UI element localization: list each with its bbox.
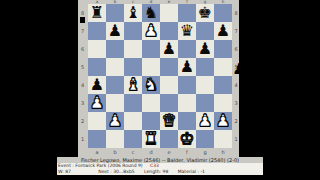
square-c2[interactable] bbox=[124, 112, 142, 130]
rank-labels-left: 87654321 bbox=[78, 4, 87, 148]
coord-label-1: 1 bbox=[78, 130, 87, 148]
stats-line: W: 87 Next : 30...Bxb5 Length: 98 Materi… bbox=[57, 169, 263, 175]
coord-label-b: b bbox=[106, 149, 124, 156]
square-b6[interactable] bbox=[106, 40, 124, 58]
square-b8[interactable] bbox=[106, 4, 124, 22]
square-d5[interactable] bbox=[142, 58, 160, 76]
square-a3[interactable]: ♟ bbox=[88, 94, 106, 112]
piece-white-knight: ♞ bbox=[144, 76, 158, 94]
square-h8[interactable] bbox=[214, 4, 232, 22]
square-c5[interactable] bbox=[124, 58, 142, 76]
stat-length: Length: 98 bbox=[144, 169, 168, 175]
square-g5[interactable] bbox=[196, 58, 214, 76]
square-e7[interactable] bbox=[160, 22, 178, 40]
piece-white-pawn: ♟ bbox=[216, 112, 230, 130]
square-g4[interactable] bbox=[196, 76, 214, 94]
piece-white-bishop: ♝ bbox=[126, 76, 140, 94]
square-e2[interactable]: ♛ bbox=[160, 112, 178, 130]
coord-label-c: c bbox=[124, 149, 142, 156]
square-d1[interactable]: ♜ bbox=[142, 130, 160, 148]
eco-code: C33 bbox=[150, 163, 159, 168]
coord-label-4: 4 bbox=[233, 76, 239, 94]
square-a5[interactable] bbox=[88, 58, 106, 76]
square-g8[interactable]: ♚ bbox=[196, 4, 214, 22]
square-e6[interactable]: ♟ bbox=[160, 40, 178, 58]
coord-label-1: 1 bbox=[233, 130, 239, 148]
piece-white-rook: ♜ bbox=[144, 130, 158, 148]
square-c3[interactable] bbox=[124, 94, 142, 112]
square-g3[interactable] bbox=[196, 94, 214, 112]
coord-label-3: 3 bbox=[78, 94, 87, 112]
square-g7[interactable] bbox=[196, 22, 214, 40]
square-d8[interactable]: ♞ bbox=[142, 4, 160, 22]
piece-black-pawn: ♟ bbox=[180, 58, 194, 76]
square-f1[interactable]: ♚ bbox=[178, 130, 196, 148]
coord-label-a: a bbox=[88, 149, 106, 156]
piece-black-pawn: ♟ bbox=[162, 40, 176, 58]
piece-white-pawn: ♟ bbox=[198, 112, 212, 130]
square-e5[interactable] bbox=[160, 58, 178, 76]
piece-white-king: ♚ bbox=[180, 130, 194, 148]
square-e4[interactable] bbox=[160, 76, 178, 94]
square-h7[interactable]: ♟ bbox=[214, 22, 232, 40]
coord-label-7: 7 bbox=[78, 22, 87, 40]
square-c6[interactable] bbox=[124, 40, 142, 58]
square-h6[interactable] bbox=[214, 40, 232, 58]
square-e8[interactable] bbox=[160, 4, 178, 22]
file-labels-bottom: abcdefgh bbox=[88, 149, 232, 156]
piece-white-pawn: ♟ bbox=[90, 94, 104, 112]
piece-black-queen: ♛ bbox=[180, 22, 194, 40]
square-d3[interactable] bbox=[142, 94, 160, 112]
square-b2[interactable]: ♟ bbox=[106, 112, 124, 130]
black-to-move-indicator bbox=[80, 17, 85, 23]
square-d7[interactable]: ♟ bbox=[142, 22, 160, 40]
coord-label-6: 6 bbox=[78, 40, 87, 58]
coord-label-h: h bbox=[214, 149, 232, 156]
square-e1[interactable] bbox=[160, 130, 178, 148]
square-c8[interactable]: ♝ bbox=[124, 4, 142, 22]
stat-white-time: W: 87 bbox=[58, 169, 71, 175]
coord-label-f: f bbox=[178, 149, 196, 156]
square-b5[interactable] bbox=[106, 58, 124, 76]
coord-label-d: d bbox=[142, 149, 160, 156]
square-a4[interactable]: ♟ bbox=[88, 76, 106, 94]
square-h4[interactable] bbox=[214, 76, 232, 94]
piece-black-rook: ♜ bbox=[90, 4, 104, 22]
square-e3[interactable] bbox=[160, 94, 178, 112]
square-f5[interactable]: ♟ bbox=[178, 58, 196, 76]
coord-label-3: 3 bbox=[233, 94, 239, 112]
coord-label-e: e bbox=[160, 149, 178, 156]
square-c4[interactable]: ♝ bbox=[124, 76, 142, 94]
coord-label-g: g bbox=[196, 149, 214, 156]
event-text: Event : Fontwick Park (2006 Round 9) bbox=[58, 163, 143, 168]
square-c1[interactable] bbox=[124, 130, 142, 148]
square-d6[interactable] bbox=[142, 40, 160, 58]
material-indicator-pawn-icon: ♟ bbox=[232, 60, 246, 78]
square-f2[interactable] bbox=[178, 112, 196, 130]
square-f6[interactable] bbox=[178, 40, 196, 58]
square-a6[interactable] bbox=[88, 40, 106, 58]
square-b7[interactable]: ♟ bbox=[106, 22, 124, 40]
square-d2[interactable] bbox=[142, 112, 160, 130]
square-a1[interactable] bbox=[88, 130, 106, 148]
piece-black-pawn: ♟ bbox=[198, 40, 212, 58]
piece-black-bishop: ♝ bbox=[126, 4, 140, 22]
piece-black-king: ♚ bbox=[198, 4, 212, 22]
piece-black-pawn: ♟ bbox=[216, 22, 230, 40]
chess-board-frame: abcdefgh abcdefgh 87654321 87654321 ♜♝♞♚… bbox=[78, 0, 239, 157]
square-a7[interactable] bbox=[88, 22, 106, 40]
square-b3[interactable] bbox=[106, 94, 124, 112]
piece-black-knight: ♞ bbox=[144, 4, 158, 22]
coord-label-2: 2 bbox=[233, 112, 239, 130]
coord-label-4: 4 bbox=[78, 76, 87, 94]
square-g6[interactable]: ♟ bbox=[196, 40, 214, 58]
square-f4[interactable] bbox=[178, 76, 196, 94]
square-a8[interactable]: ♜ bbox=[88, 4, 106, 22]
piece-black-pawn: ♟ bbox=[90, 76, 104, 94]
square-b1[interactable] bbox=[106, 130, 124, 148]
square-f8[interactable] bbox=[178, 4, 196, 22]
chess-board: ♜♝♞♚♟♟♛♟♟♟♟♟♝♞♟♟♛♟♟♜♚ bbox=[88, 4, 232, 148]
square-f7[interactable]: ♛ bbox=[178, 22, 196, 40]
coord-label-5: 5 bbox=[78, 58, 87, 76]
square-h5[interactable] bbox=[214, 58, 232, 76]
screenshot-root: abcdefgh abcdefgh 87654321 87654321 ♜♝♞♚… bbox=[0, 0, 320, 180]
coord-label-6: 6 bbox=[233, 40, 239, 58]
square-f3[interactable] bbox=[178, 94, 196, 112]
coord-label-8: 8 bbox=[233, 4, 239, 22]
square-c7[interactable] bbox=[124, 22, 142, 40]
piece-white-pawn: ♟ bbox=[108, 112, 122, 130]
coord-label-7: 7 bbox=[233, 22, 239, 40]
piece-white-queen: ♛ bbox=[162, 112, 176, 130]
coord-label-2: 2 bbox=[78, 112, 87, 130]
square-h3[interactable] bbox=[214, 94, 232, 112]
square-g1[interactable] bbox=[196, 130, 214, 148]
square-h2[interactable]: ♟ bbox=[214, 112, 232, 130]
square-a2[interactable] bbox=[88, 112, 106, 130]
square-d4[interactable]: ♞ bbox=[142, 76, 160, 94]
square-g2[interactable]: ♟ bbox=[196, 112, 214, 130]
square-b4[interactable] bbox=[106, 76, 124, 94]
stat-next-move: Next : 30...Bxb5 bbox=[98, 169, 134, 175]
piece-white-pawn: ♟ bbox=[144, 22, 158, 40]
game-info-footer: Fischer Legowo, Maxime (2546) -- Balder,… bbox=[57, 157, 263, 175]
stat-material: Material : -1 bbox=[178, 169, 205, 175]
square-h1[interactable] bbox=[214, 130, 232, 148]
piece-black-pawn: ♟ bbox=[108, 22, 122, 40]
